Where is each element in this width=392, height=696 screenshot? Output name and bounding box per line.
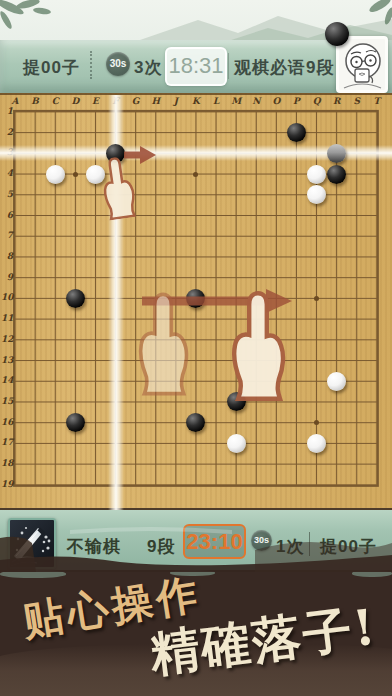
star-point bbox=[73, 172, 78, 177]
black-stone-D10[interactable]: ● bbox=[66, 289, 85, 308]
black-stone-K16[interactable]: ● bbox=[186, 413, 205, 432]
white-stone-R14[interactable]: ○ bbox=[327, 372, 346, 391]
white-clock-time: 23:10 bbox=[186, 529, 242, 554]
black-clock-time: 18:31 bbox=[168, 53, 223, 78]
top-player-bar: 提00子 30s 3次 18:31 观棋必语 9段 bbox=[0, 40, 392, 93]
white-player-rank: 9段 bbox=[147, 535, 175, 558]
white-captures-label: 提00子 bbox=[320, 535, 377, 558]
black-stone-P2[interactable]: ● bbox=[287, 123, 306, 142]
black-stone-R4[interactable]: ● bbox=[327, 165, 346, 184]
sword-art-icon bbox=[10, 520, 54, 567]
white-stone-Q4[interactable]: ○ bbox=[307, 165, 326, 184]
stones-grid[interactable]: ●●●●○○○○●●○●●●○○ bbox=[5, 102, 387, 496]
paint-remnant bbox=[352, 570, 392, 577]
black-stone-indicator bbox=[325, 22, 349, 46]
white-clock-active: 23:10 bbox=[183, 524, 246, 559]
white-stone-E4[interactable]: ○ bbox=[86, 165, 105, 184]
black-stone-K10[interactable]: ● bbox=[186, 289, 205, 308]
white-stone-Q17[interactable]: ○ bbox=[307, 434, 326, 453]
white-stone-M17[interactable]: ○ bbox=[227, 434, 246, 453]
white-player-avatar[interactable] bbox=[8, 518, 56, 569]
divider-dotted bbox=[90, 51, 92, 79]
byoyomi-periods-bottom: 1次 bbox=[276, 535, 304, 558]
star-point bbox=[314, 420, 319, 425]
byoyomi-badge-bottom: 30s bbox=[251, 530, 272, 551]
promo-banner: 贴心操作 精確落子! bbox=[0, 570, 392, 696]
white-stone-C4[interactable]: ○ bbox=[46, 165, 65, 184]
go-board[interactable]: ABCDEFGHJKLMNOPQRST123456789101112131415… bbox=[0, 93, 392, 508]
meme-face-icon bbox=[339, 39, 385, 90]
star-point bbox=[314, 296, 319, 301]
byoyomi-periods-top: 3次 bbox=[134, 56, 162, 79]
black-captures-label: 提00子 bbox=[23, 56, 80, 79]
black-player-avatar[interactable] bbox=[336, 36, 388, 93]
app-screen: 提00子 30s 3次 18:31 观棋必语 9段 bbox=[0, 0, 392, 696]
white-stone-Q5[interactable]: ○ bbox=[307, 185, 326, 204]
byoyomi-seconds-top: 30s bbox=[110, 58, 127, 69]
black-player-rank: 9段 bbox=[306, 56, 334, 79]
byoyomi-seconds-bottom: 30s bbox=[254, 535, 269, 545]
black-clock: 18:31 bbox=[165, 47, 227, 86]
black-stone-D16[interactable]: ● bbox=[66, 413, 85, 432]
byoyomi-badge-top: 30s bbox=[106, 52, 130, 76]
bottom-player-bar: 不输棋 9段 23:10 30s 1次 提00子 bbox=[0, 508, 392, 570]
black-stone-F3[interactable]: ● bbox=[106, 144, 125, 163]
white-player-name: 不输棋 bbox=[67, 535, 121, 558]
divider bbox=[228, 53, 229, 79]
ghost-stone-R3[interactable]: ● bbox=[327, 144, 346, 163]
paint-remnant bbox=[0, 570, 66, 578]
star-point bbox=[193, 172, 198, 177]
divider bbox=[309, 532, 310, 556]
black-stone-M15[interactable]: ● bbox=[227, 392, 246, 411]
black-player-name: 观棋必语 bbox=[234, 56, 306, 79]
